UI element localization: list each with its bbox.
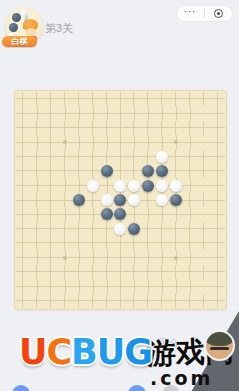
board-cell[interactable] <box>16 150 30 164</box>
board-cell[interactable] <box>197 222 211 236</box>
board-cell[interactable] <box>169 250 183 264</box>
board-cell[interactable] <box>86 150 100 164</box>
white-stone <box>114 223 126 235</box>
logo-letter: G <box>124 332 152 372</box>
board-cell[interactable] <box>141 236 155 250</box>
board-cell[interactable] <box>155 193 169 207</box>
board-cell[interactable] <box>169 236 183 250</box>
board-cell[interactable] <box>211 164 225 178</box>
board-cell[interactable] <box>183 236 197 250</box>
black-stone <box>170 194 182 206</box>
board-cell[interactable] <box>141 294 155 308</box>
exit-circle-icon <box>214 9 223 18</box>
board-cell[interactable] <box>169 207 183 221</box>
board-cell[interactable] <box>114 265 128 279</box>
board-cell[interactable] <box>86 92 100 106</box>
black-stone <box>128 223 140 235</box>
board-cell[interactable] <box>183 193 197 207</box>
white-stone <box>87 180 99 192</box>
board-cell[interactable] <box>30 265 44 279</box>
board-cell[interactable] <box>183 294 197 308</box>
board-cell[interactable] <box>100 92 114 106</box>
board-cell[interactable] <box>30 193 44 207</box>
board-cell[interactable] <box>127 164 141 178</box>
board-cell[interactable] <box>16 164 30 178</box>
board-cell[interactable] <box>30 178 44 192</box>
board-cell[interactable] <box>127 106 141 120</box>
board-cell[interactable] <box>169 178 183 192</box>
board-cell[interactable] <box>169 222 183 236</box>
board-cell[interactable] <box>100 193 114 207</box>
board-cell[interactable] <box>86 193 100 207</box>
board-cell[interactable] <box>44 164 58 178</box>
board-cell[interactable] <box>141 193 155 207</box>
board-cell[interactable] <box>86 279 100 293</box>
board-cell[interactable] <box>197 135 211 149</box>
mini-black-stone-icon <box>9 23 18 32</box>
board-cell[interactable] <box>211 92 225 106</box>
board-cell[interactable] <box>58 250 72 264</box>
board-cell[interactable] <box>211 193 225 207</box>
board-cell[interactable] <box>183 150 197 164</box>
board-cell[interactable] <box>169 106 183 120</box>
board-cell[interactable] <box>211 135 225 149</box>
more-menu-button[interactable]: ··· <box>177 6 204 21</box>
black-stone <box>142 180 154 192</box>
board-cell[interactable] <box>183 135 197 149</box>
board-cell[interactable] <box>30 135 44 149</box>
white-stone <box>156 180 168 192</box>
board-cell[interactable] <box>169 92 183 106</box>
board-cell[interactable] <box>155 207 169 221</box>
board-cell[interactable] <box>183 178 197 192</box>
board-cell[interactable] <box>127 294 141 308</box>
board-cell[interactable] <box>155 92 169 106</box>
board-cell[interactable] <box>127 92 141 106</box>
board-cell[interactable] <box>44 294 58 308</box>
board-cell[interactable] <box>58 135 72 149</box>
board-cell[interactable] <box>169 294 183 308</box>
board-cell[interactable] <box>141 207 155 221</box>
board-cell[interactable] <box>44 121 58 135</box>
wechat-capsule: ··· <box>176 5 233 22</box>
board-cell[interactable] <box>16 236 30 250</box>
board-cell[interactable] <box>114 92 128 106</box>
board-cell[interactable] <box>183 121 197 135</box>
board-cell[interactable] <box>100 150 114 164</box>
board-cell[interactable] <box>155 150 169 164</box>
board-cell[interactable] <box>127 121 141 135</box>
board-cell[interactable] <box>30 250 44 264</box>
board-cell[interactable] <box>197 294 211 308</box>
board-cell[interactable] <box>114 222 128 236</box>
board-cell[interactable] <box>100 207 114 221</box>
board-cell[interactable] <box>127 150 141 164</box>
board-cell[interactable] <box>86 164 100 178</box>
board-cell[interactable] <box>86 250 100 264</box>
board-cell[interactable] <box>16 193 30 207</box>
board-cell[interactable] <box>100 135 114 149</box>
toolbar-icon-partial[interactable] <box>12 385 30 391</box>
board-cell[interactable] <box>114 193 128 207</box>
logo-letter: U <box>19 332 46 372</box>
gomoku-board <box>14 90 227 310</box>
board-cell[interactable] <box>58 222 72 236</box>
board-cell[interactable] <box>100 121 114 135</box>
board-cell[interactable] <box>183 92 197 106</box>
board-cell[interactable] <box>44 265 58 279</box>
board-cell[interactable] <box>155 279 169 293</box>
board-cell[interactable] <box>86 178 100 192</box>
board-cell[interactable] <box>197 92 211 106</box>
board-cell[interactable] <box>197 178 211 192</box>
board-cell[interactable] <box>114 294 128 308</box>
board-cell[interactable] <box>127 279 141 293</box>
player-avatar: 白棋 <box>5 7 43 45</box>
board-cell[interactable] <box>30 121 44 135</box>
board-cell[interactable] <box>86 222 100 236</box>
black-stone <box>73 194 85 206</box>
board-cell[interactable] <box>114 207 128 221</box>
board-cell[interactable] <box>114 135 128 149</box>
board-cell[interactable] <box>114 279 128 293</box>
board-cell[interactable] <box>44 150 58 164</box>
board-cell[interactable] <box>169 265 183 279</box>
board-cell[interactable] <box>169 193 183 207</box>
board-cell[interactable] <box>155 294 169 308</box>
board-cell[interactable] <box>155 250 169 264</box>
board-cell[interactable] <box>183 279 197 293</box>
board-cell[interactable] <box>183 222 197 236</box>
board-cell[interactable] <box>16 207 30 221</box>
board-cell[interactable] <box>86 135 100 149</box>
board-cell[interactable] <box>30 106 44 120</box>
star-point <box>174 256 178 260</box>
logo-letter: C <box>46 332 71 372</box>
board-cell[interactable] <box>183 164 197 178</box>
board-cell[interactable] <box>16 92 30 106</box>
board-cell[interactable] <box>44 135 58 149</box>
board-cell[interactable] <box>30 294 44 308</box>
star-point <box>63 256 67 260</box>
board-cell[interactable] <box>211 207 225 221</box>
white-stone <box>156 194 168 206</box>
board-cell[interactable] <box>197 279 211 293</box>
board-cell[interactable] <box>197 106 211 120</box>
board-cell[interactable] <box>72 236 86 250</box>
white-stone <box>156 151 168 163</box>
black-stone <box>156 165 168 177</box>
board-cell[interactable] <box>100 178 114 192</box>
ucbug-logo: UCBUG <box>19 332 152 372</box>
board-cell[interactable] <box>100 222 114 236</box>
board-cell[interactable] <box>155 164 169 178</box>
board-cell[interactable] <box>16 121 30 135</box>
board-cell[interactable] <box>211 250 225 264</box>
watermark-avatar-photo <box>204 330 235 361</box>
board-cell[interactable] <box>58 207 72 221</box>
board-cell[interactable] <box>155 121 169 135</box>
logo-letter: U <box>97 332 124 372</box>
board-cell[interactable] <box>72 164 86 178</box>
board-cell[interactable] <box>44 222 58 236</box>
sunglasses-icon <box>210 347 228 350</box>
board-cell[interactable] <box>141 178 155 192</box>
board-cell[interactable] <box>44 106 58 120</box>
board-cell[interactable] <box>141 265 155 279</box>
board-cell[interactable] <box>30 207 44 221</box>
board-cell[interactable] <box>86 121 100 135</box>
board-cell[interactable] <box>72 265 86 279</box>
board-cell[interactable] <box>197 250 211 264</box>
board-cell[interactable] <box>127 265 141 279</box>
board-cell[interactable] <box>127 250 141 264</box>
board-cell[interactable] <box>114 106 128 120</box>
board-cell[interactable] <box>30 222 44 236</box>
board-cell[interactable] <box>44 250 58 264</box>
board-cell[interactable] <box>86 265 100 279</box>
board-cell[interactable] <box>141 222 155 236</box>
black-stone <box>114 208 126 220</box>
board-cell[interactable] <box>58 150 72 164</box>
board-cell[interactable] <box>127 193 141 207</box>
board-cell[interactable] <box>155 236 169 250</box>
board-cell[interactable] <box>58 178 72 192</box>
white-stone <box>101 194 113 206</box>
board-cell[interactable] <box>197 164 211 178</box>
toolbar-icon-partial[interactable] <box>128 385 146 391</box>
board-cell[interactable] <box>169 164 183 178</box>
board-cell[interactable] <box>44 279 58 293</box>
board-cell[interactable] <box>30 164 44 178</box>
board-cell[interactable] <box>169 150 183 164</box>
board-cell[interactable] <box>114 236 128 250</box>
board-cell[interactable] <box>100 279 114 293</box>
board-cell[interactable] <box>58 92 72 106</box>
board-cell[interactable] <box>183 106 197 120</box>
player-side-badge: 白棋 <box>2 36 37 47</box>
board-cell[interactable] <box>72 121 86 135</box>
board-cell[interactable] <box>44 92 58 106</box>
board-cell[interactable] <box>72 135 86 149</box>
board-cell[interactable] <box>141 135 155 149</box>
board-cell[interactable] <box>16 250 30 264</box>
board-cell[interactable] <box>86 236 100 250</box>
board-cell[interactable] <box>16 178 30 192</box>
board-cell[interactable] <box>72 250 86 264</box>
board-cell[interactable] <box>183 207 197 221</box>
board-cell[interactable] <box>16 294 30 308</box>
board-cell[interactable] <box>30 236 44 250</box>
board-cell[interactable] <box>72 222 86 236</box>
board-cell[interactable] <box>58 164 72 178</box>
board-cell[interactable] <box>16 135 30 149</box>
board-cell[interactable] <box>197 236 211 250</box>
board-cell[interactable] <box>211 222 225 236</box>
board-cell[interactable] <box>155 178 169 192</box>
board-cell[interactable] <box>16 279 30 293</box>
board-cell[interactable] <box>197 121 211 135</box>
board-cell[interactable] <box>58 279 72 293</box>
board-cell[interactable] <box>141 279 155 293</box>
board-cell[interactable] <box>58 294 72 308</box>
board-cell[interactable] <box>72 150 86 164</box>
board-cell[interactable] <box>58 265 72 279</box>
board-cell[interactable] <box>100 294 114 308</box>
board-cell[interactable] <box>72 178 86 192</box>
board-cell[interactable] <box>72 279 86 293</box>
board-cell[interactable] <box>155 265 169 279</box>
board-cell[interactable] <box>211 150 225 164</box>
board-cell[interactable] <box>16 222 30 236</box>
board-cell[interactable] <box>44 193 58 207</box>
board-cell[interactable] <box>141 92 155 106</box>
black-stone <box>101 165 113 177</box>
board-cell[interactable] <box>127 222 141 236</box>
board-cell[interactable] <box>16 106 30 120</box>
white-stone <box>128 194 140 206</box>
board-cell[interactable] <box>114 150 128 164</box>
white-stone <box>170 180 182 192</box>
board-cell[interactable] <box>44 178 58 192</box>
board-cell[interactable] <box>86 207 100 221</box>
board-cell[interactable] <box>183 250 197 264</box>
board-cell[interactable] <box>100 164 114 178</box>
board-cell[interactable] <box>100 250 114 264</box>
board-cell[interactable] <box>169 279 183 293</box>
board-cell[interactable] <box>211 279 225 293</box>
white-stone <box>128 180 140 192</box>
board-cell[interactable] <box>141 164 155 178</box>
board-cell[interactable] <box>169 121 183 135</box>
board-cell[interactable] <box>30 92 44 106</box>
black-stone <box>142 165 154 177</box>
board-cell[interactable] <box>127 178 141 192</box>
logo-letter: B <box>71 332 97 372</box>
board-cell[interactable] <box>211 178 225 192</box>
board-cell[interactable] <box>211 265 225 279</box>
mini-game-page: 白棋 第3关 ··· 回合 UCBUG 游戏网 .com <box>0 0 239 391</box>
board-cell[interactable] <box>211 106 225 120</box>
board-cell[interactable] <box>211 121 225 135</box>
star-point <box>174 140 178 144</box>
board-cell[interactable] <box>141 121 155 135</box>
black-stone <box>101 208 113 220</box>
board-cell[interactable] <box>72 207 86 221</box>
board-cell[interactable] <box>127 207 141 221</box>
more-dots-icon: ··· <box>184 8 197 16</box>
board-cell[interactable] <box>127 135 141 149</box>
board-cell[interactable] <box>114 121 128 135</box>
board-cell[interactable] <box>141 250 155 264</box>
board-cell[interactable] <box>114 250 128 264</box>
exit-button[interactable] <box>205 6 232 21</box>
board-cell[interactable] <box>169 135 183 149</box>
board-cell[interactable] <box>197 150 211 164</box>
board-cell[interactable] <box>197 193 211 207</box>
board-cell[interactable] <box>30 279 44 293</box>
board-cell[interactable] <box>183 265 197 279</box>
board-cell[interactable] <box>30 150 44 164</box>
board-cell[interactable] <box>114 164 128 178</box>
board-cell[interactable] <box>86 106 100 120</box>
board-cell[interactable] <box>141 150 155 164</box>
hat-icon <box>206 332 233 346</box>
board-cell[interactable] <box>72 92 86 106</box>
board-cell[interactable] <box>58 121 72 135</box>
board-cell[interactable] <box>197 265 211 279</box>
board-cell[interactable] <box>58 193 72 207</box>
board-cell[interactable] <box>141 106 155 120</box>
board-cell[interactable] <box>16 265 30 279</box>
board-cell[interactable] <box>155 222 169 236</box>
board-cell[interactable] <box>72 294 86 308</box>
watermark-domain: .com <box>150 367 213 389</box>
black-stone <box>114 194 126 206</box>
star-point <box>63 140 67 144</box>
board-cell[interactable] <box>211 236 225 250</box>
board-cell[interactable] <box>114 178 128 192</box>
board-cell[interactable] <box>72 193 86 207</box>
board-cell[interactable] <box>44 236 58 250</box>
level-label: 第3关 <box>45 21 73 36</box>
board-cell[interactable] <box>44 207 58 221</box>
board-cell[interactable] <box>58 236 72 250</box>
board-cell[interactable] <box>155 106 169 120</box>
board-cell[interactable] <box>197 207 211 221</box>
board-cell[interactable] <box>58 106 72 120</box>
board-cell[interactable] <box>100 265 114 279</box>
board-cell[interactable] <box>100 106 114 120</box>
board-cell[interactable] <box>100 236 114 250</box>
board-cell[interactable] <box>86 294 100 308</box>
board-cell[interactable] <box>211 294 225 308</box>
board-cell[interactable] <box>127 236 141 250</box>
white-stone <box>114 180 126 192</box>
board-cell[interactable] <box>72 106 86 120</box>
board-cell[interactable] <box>155 135 169 149</box>
